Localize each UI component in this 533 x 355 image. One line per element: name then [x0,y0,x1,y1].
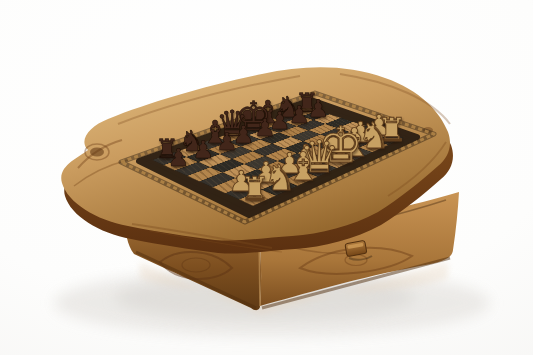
drawer-knob [345,240,367,256]
product-photo-scene: ♜♞♝♛♚♝♞♜♟♟♟♟♟♟♟♟♟♟♟♟♟♟♟♟♜♞♝♛♚♝♞♜ [0,0,533,355]
